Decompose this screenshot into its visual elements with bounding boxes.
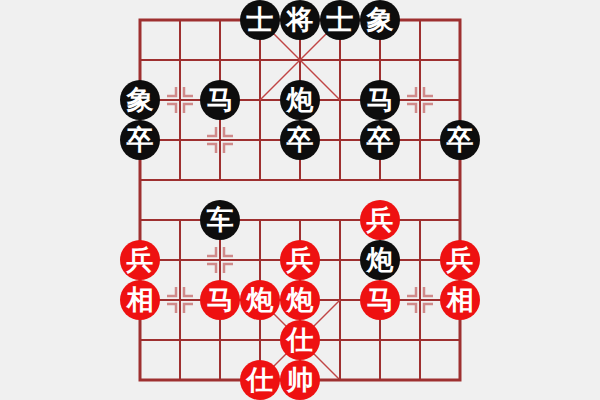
xiangqi-board[interactable]: 士将士象象马炮马卒卒卒卒车兵兵兵炮兵相马炮炮马相仕仕帅: [120, 0, 480, 400]
piece-black-general[interactable]: 将: [280, 0, 320, 40]
piece-red-pawn[interactable]: 兵: [280, 240, 320, 280]
piece-black-horse[interactable]: 马: [200, 80, 240, 120]
xiangqi-app: 士将士象象马炮马卒卒卒卒车兵兵兵炮兵相马炮炮马相仕仕帅: [0, 0, 600, 400]
piece-black-advisor[interactable]: 士: [320, 0, 360, 40]
piece-red-horse[interactable]: 马: [200, 280, 240, 320]
piece-red-horse[interactable]: 马: [360, 280, 400, 320]
piece-red-advisor[interactable]: 仕: [240, 360, 280, 400]
piece-black-pawn[interactable]: 卒: [120, 120, 160, 160]
piece-black-pawn[interactable]: 卒: [280, 120, 320, 160]
piece-red-cannon[interactable]: 炮: [240, 280, 280, 320]
piece-red-cannon[interactable]: 炮: [280, 280, 320, 320]
piece-black-elephant[interactable]: 象: [120, 80, 160, 120]
piece-black-pawn[interactable]: 卒: [360, 120, 400, 160]
piece-black-horse[interactable]: 马: [360, 80, 400, 120]
piece-black-cannon[interactable]: 炮: [360, 240, 400, 280]
piece-red-advisor[interactable]: 仕: [280, 320, 320, 360]
piece-red-elephant[interactable]: 相: [120, 280, 160, 320]
piece-red-pawn[interactable]: 兵: [360, 200, 400, 240]
piece-red-pawn[interactable]: 兵: [120, 240, 160, 280]
piece-black-advisor[interactable]: 士: [240, 0, 280, 40]
piece-red-pawn[interactable]: 兵: [440, 240, 480, 280]
piece-black-elephant[interactable]: 象: [360, 0, 400, 40]
piece-black-chariot[interactable]: 车: [200, 200, 240, 240]
piece-black-pawn[interactable]: 卒: [440, 120, 480, 160]
piece-red-general[interactable]: 帅: [280, 360, 320, 400]
piece-red-elephant[interactable]: 相: [440, 280, 480, 320]
piece-black-cannon[interactable]: 炮: [280, 80, 320, 120]
